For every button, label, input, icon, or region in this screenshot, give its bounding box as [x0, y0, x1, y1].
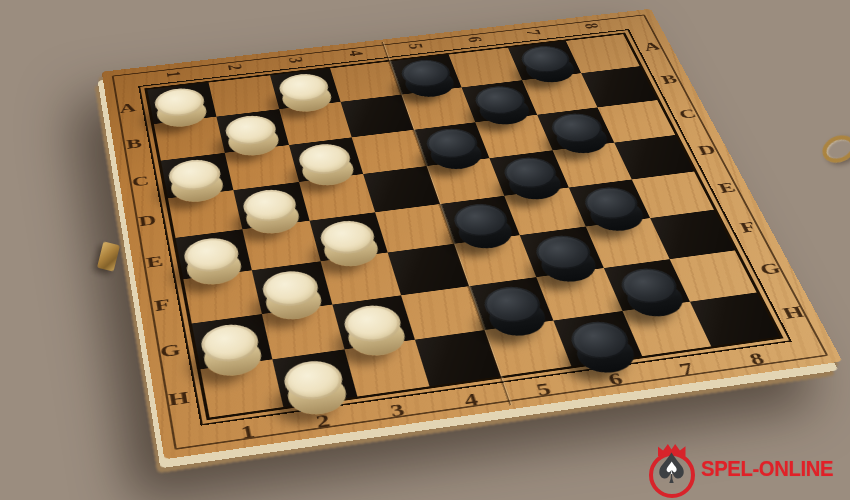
coordinate-label: D — [125, 198, 170, 243]
checker-white-G3[interactable]: ⛀ — [340, 302, 405, 345]
coordinate-label: C — [119, 160, 163, 203]
checker-white-E1[interactable]: ⛀ — [181, 235, 241, 274]
spade-icon: ♠♠ — [651, 446, 693, 492]
checker-white-B2[interactable]: ⛀ — [222, 113, 278, 147]
checker-white-E3[interactable]: ⛀ — [316, 218, 378, 257]
logo-text: SPEL-ONLINE — [701, 456, 833, 482]
checker-white-C1[interactable]: ⛀ — [166, 157, 223, 193]
checker-white-G1[interactable]: ⛀ — [198, 321, 262, 365]
checker-white-A1[interactable]: ⛀ — [152, 86, 206, 119]
photo-stage: 12345678 12345678 ABCDEFGH ABCDEFGH ⛀⛀⛂⛂… — [0, 0, 850, 500]
checker-black-E7[interactable]: ⛂ — [579, 184, 643, 221]
coordinate-label: E — [132, 238, 179, 285]
checker-black-D6[interactable]: ⛂ — [499, 155, 561, 191]
coordinate-label: H — [153, 371, 204, 426]
coordinate-label: A — [107, 89, 149, 128]
checker-black-H6[interactable]: ⛂ — [565, 318, 634, 361]
inner-spade-icon: ♠ — [664, 459, 679, 476]
coordinate-label: G — [146, 325, 195, 377]
checker-white-D2[interactable]: ⛀ — [240, 187, 299, 224]
coordinate-label: F — [138, 281, 186, 331]
checker-black-A5[interactable]: ⛂ — [397, 57, 454, 88]
checker-black-A7[interactable]: ⛂ — [516, 44, 574, 75]
checker-black-E5[interactable]: ⛂ — [449, 201, 512, 239]
logo-mark: ♠♠ — [646, 444, 700, 494]
checker-black-G5[interactable]: ⛂ — [479, 283, 546, 325]
checker-white-H2[interactable]: ⛀ — [280, 357, 346, 402]
checker-white-C3[interactable]: ⛀ — [295, 141, 353, 176]
checker-white-A3[interactable]: ⛀ — [276, 71, 331, 103]
checker-black-B6[interactable]: ⛂ — [470, 84, 529, 117]
checker-black-C5[interactable]: ⛂ — [422, 126, 482, 160]
checker-white-F2[interactable]: ⛀ — [259, 268, 322, 309]
checker-black-G7[interactable]: ⛂ — [615, 265, 683, 306]
checker-black-C7[interactable]: ⛂ — [546, 111, 607, 145]
coordinate-label: B — [113, 124, 156, 165]
board-scene: 12345678 12345678 ABCDEFGH ABCDEFGH ⛀⛀⛂⛂… — [130, 0, 750, 500]
logo: ♠♠ SPEL-ONLINE — [646, 444, 845, 494]
checker-black-F6[interactable]: ⛂ — [530, 233, 595, 272]
game-board: 12345678 12345678 ABCDEFGH ABCDEFGH ⛀⛀⛂⛂… — [102, 9, 843, 460]
